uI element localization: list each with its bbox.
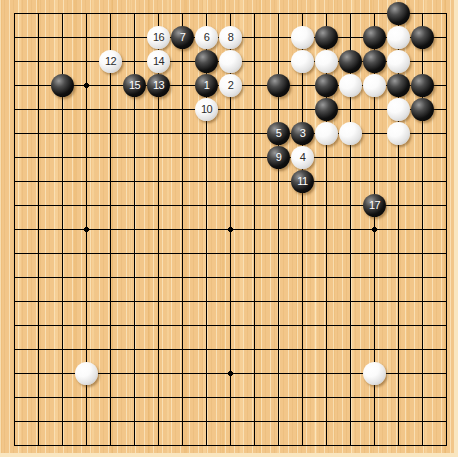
stone-white (339, 122, 362, 145)
stone-black (339, 50, 362, 73)
stone-white (339, 74, 362, 97)
star-point (228, 371, 233, 376)
stone-white (315, 50, 338, 73)
move-number-label: 11 (297, 176, 307, 187)
stone-white-move-6: 6 (195, 26, 218, 49)
stone-black (195, 50, 218, 73)
star-point (228, 227, 233, 232)
stone-white-move-16: 16 (147, 26, 170, 49)
stone-white (75, 362, 98, 385)
stone-white (387, 122, 410, 145)
stone-white (291, 26, 314, 49)
stone-white (363, 362, 386, 385)
stone-black-move-11: 11 (291, 170, 314, 193)
stone-white-move-4: 4 (291, 146, 314, 169)
move-number-label: 9 (276, 152, 282, 163)
stone-white (387, 26, 410, 49)
stone-white-move-14: 14 (147, 50, 170, 73)
stone-black-move-3: 3 (291, 122, 314, 145)
move-number-label: 8 (228, 32, 234, 43)
stone-black (267, 74, 290, 97)
move-number-label: 15 (129, 80, 140, 91)
move-number-label: 10 (201, 104, 212, 115)
move-number-label: 13 (153, 80, 164, 91)
stone-white-move-10: 10 (195, 98, 218, 121)
stone-black (411, 98, 434, 121)
move-number-label: 17 (369, 200, 380, 211)
stone-white (315, 122, 338, 145)
stone-white-move-2: 2 (219, 74, 242, 97)
go-board[interactable]: 1676812141513121053941117 (0, 0, 458, 457)
star-point (84, 83, 89, 88)
stone-black (411, 74, 434, 97)
stone-black (315, 74, 338, 97)
screenshot-stage: 1676812141513121053941117 (0, 0, 458, 457)
move-number-label: 7 (180, 32, 186, 43)
move-number-label: 4 (300, 152, 306, 163)
move-number-label: 12 (105, 56, 116, 67)
stone-black (315, 26, 338, 49)
stone-black (363, 26, 386, 49)
stone-white (363, 74, 386, 97)
stone-black-move-5: 5 (267, 122, 290, 145)
stone-white (219, 50, 242, 73)
move-number-label: 6 (204, 32, 210, 43)
stone-black-move-9: 9 (267, 146, 290, 169)
stone-black (315, 98, 338, 121)
stone-white (387, 98, 410, 121)
stone-black (363, 50, 386, 73)
stone-black-move-1: 1 (195, 74, 218, 97)
stone-black (51, 74, 74, 97)
stone-white (291, 50, 314, 73)
move-number-label: 1 (204, 80, 210, 91)
stone-black-move-15: 15 (123, 74, 146, 97)
move-number-label: 16 (153, 32, 164, 43)
stone-white (387, 50, 410, 73)
stone-black (411, 26, 434, 49)
stone-black (387, 74, 410, 97)
stone-black-move-7: 7 (171, 26, 194, 49)
stone-white-move-8: 8 (219, 26, 242, 49)
stone-white-move-12: 12 (99, 50, 122, 73)
move-number-label: 2 (228, 80, 234, 91)
star-point (372, 227, 377, 232)
move-number-label: 3 (300, 128, 306, 139)
stone-black-move-17: 17 (363, 194, 386, 217)
move-number-label: 14 (153, 56, 164, 67)
star-point (84, 227, 89, 232)
stone-black-move-13: 13 (147, 74, 170, 97)
stone-black (387, 2, 410, 25)
move-number-label: 5 (276, 128, 282, 139)
